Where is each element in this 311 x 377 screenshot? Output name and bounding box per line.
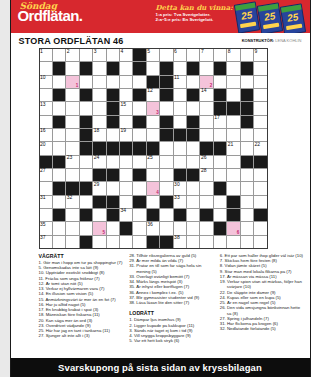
grid-cell[interactable]: [241, 49, 253, 61]
blocked-cell: [200, 209, 212, 221]
banner-text: Svarskupong på sista sidan av kryssbilag…: [58, 362, 262, 373]
grid-cell[interactable]: 25: [147, 156, 159, 168]
grid-cell[interactable]: [200, 62, 212, 74]
grid-cell[interactable]: 26: [200, 156, 212, 168]
grid-cell[interactable]: [66, 102, 78, 114]
puzzle-title: STORA ORDFLÄTAN 46: [19, 36, 124, 46]
grid-cell[interactable]: [93, 62, 105, 74]
blocked-cell: [53, 116, 65, 128]
blocked-cell: [133, 89, 145, 101]
masthead: Söndag Ordflätan. Detta kan du vinna: 1:…: [11, 0, 310, 33]
grid-cell[interactable]: [133, 222, 145, 234]
blocked-cell: [174, 169, 186, 181]
grid-cell[interactable]: [107, 236, 119, 248]
grid-cell[interactable]: [107, 182, 119, 194]
grid-cell[interactable]: [254, 236, 266, 248]
grid-cell[interactable]: [120, 89, 132, 101]
clue-number: 27: [40, 168, 46, 174]
grid-cell[interactable]: 32: [66, 196, 78, 208]
grid-cell[interactable]: [147, 62, 159, 74]
grid-cell[interactable]: [160, 142, 172, 154]
blocked-cell: [147, 142, 159, 154]
blocked-cell: [120, 222, 132, 234]
grid-cell[interactable]: 34: [120, 209, 132, 221]
grid-cell[interactable]: [53, 76, 65, 88]
grid-cell[interactable]: [254, 222, 266, 234]
grid-cell[interactable]: [107, 49, 119, 61]
grid-cell[interactable]: [66, 62, 78, 74]
grid-cell[interactable]: [53, 49, 65, 61]
blocked-cell: [40, 156, 52, 168]
grid-cell[interactable]: [93, 209, 105, 221]
grid-cell[interactable]: [160, 156, 172, 168]
grid-cell[interactable]: [160, 182, 172, 194]
clue-number: 33: [174, 195, 180, 201]
clue-number: 6: [174, 49, 177, 55]
grid-cell[interactable]: 38: [174, 236, 186, 248]
grid-cell[interactable]: [200, 102, 212, 114]
grid-cell[interactable]: [80, 102, 92, 114]
clue-number: 12: [147, 88, 153, 94]
grid-cell[interactable]: [214, 156, 226, 168]
blocked-cell: [53, 156, 65, 168]
blocked-cell: [120, 142, 132, 154]
clue-number: 35: [40, 222, 46, 228]
solution-letter-marker: 1: [76, 83, 79, 88]
clue-column-1: VÅGRÄTT 1. Gör man i hopp om tur på shop…: [39, 253, 125, 344]
grid-cell[interactable]: [80, 76, 92, 88]
grid-cell[interactable]: [214, 236, 226, 248]
grid-cell[interactable]: 27: [40, 169, 52, 181]
blocked-cell: [80, 142, 92, 154]
blocked-cell: [160, 129, 172, 141]
grid-cell[interactable]: [93, 76, 105, 88]
clue-item: 19. Verkar spion utan att märkas, följer…: [220, 279, 306, 289]
grid-cell[interactable]: 18: [93, 129, 105, 141]
grid-cell[interactable]: [133, 102, 145, 114]
blocked-cell: [241, 102, 253, 114]
grid-cell[interactable]: [214, 76, 226, 88]
grid-cell[interactable]: [227, 116, 239, 128]
prize-heading: Detta kan du vinna:: [156, 4, 241, 12]
grid-cell[interactable]: [120, 62, 132, 74]
grid-cell[interactable]: [93, 236, 105, 248]
grid-cell[interactable]: [241, 209, 253, 221]
grid-cell[interactable]: [40, 89, 52, 101]
clue-number: 9: [255, 49, 258, 55]
grid-cell[interactable]: 11: [174, 76, 186, 88]
grid-cell[interactable]: [200, 116, 212, 128]
grid-cell[interactable]: [107, 222, 119, 234]
grid-cell[interactable]: [227, 156, 239, 168]
grid-cell[interactable]: [53, 102, 65, 114]
grid-cell[interactable]: [241, 76, 253, 88]
blocked-cell: [107, 209, 119, 221]
grid-cell[interactable]: 21: [227, 142, 239, 154]
grid-cell[interactable]: [187, 156, 199, 168]
grid-cell[interactable]: 14: [200, 89, 212, 101]
grid-cell[interactable]: [254, 182, 266, 194]
grid-cell[interactable]: [107, 129, 119, 141]
grid-cell[interactable]: [133, 76, 145, 88]
grid-cell[interactable]: 36: [147, 222, 159, 234]
grid-cell[interactable]: [66, 209, 78, 221]
grid-cell[interactable]: [160, 222, 172, 234]
newspaper-page: Söndag Ordflätan. Detta kan du vinna: 1:…: [10, 0, 311, 377]
blocked-cell: [80, 129, 92, 141]
grid-cell[interactable]: [227, 89, 239, 101]
grid-cell[interactable]: [120, 236, 132, 248]
grid-cell[interactable]: [227, 182, 239, 194]
grid-cell[interactable]: [214, 196, 226, 208]
clue-number: 38: [174, 235, 180, 241]
grid-cell[interactable]: 4: [147, 182, 159, 194]
grid-cell[interactable]: [200, 236, 212, 248]
blocked-cell: [107, 196, 119, 208]
grid-cell[interactable]: 1: [66, 76, 78, 88]
blocked-cell: [80, 116, 92, 128]
grid-cell[interactable]: [133, 129, 145, 141]
grid-cell[interactable]: [120, 116, 132, 128]
clue-number: 4: [120, 49, 123, 55]
grid-cell[interactable]: 13: [40, 102, 52, 114]
grid-cell[interactable]: [93, 102, 105, 114]
solution-letter-marker: 5: [103, 230, 106, 235]
grid-cell[interactable]: [133, 182, 145, 194]
grid-cell[interactable]: 35: [40, 222, 52, 234]
grid-cell[interactable]: [174, 142, 186, 154]
grid-cell[interactable]: [66, 89, 78, 101]
blocked-cell: [93, 196, 105, 208]
grid-cell[interactable]: 6: [174, 49, 186, 61]
solution-letter-marker: 3: [156, 110, 159, 115]
blocked-cell: [147, 76, 159, 88]
grid-cell[interactable]: [133, 209, 145, 221]
grid-cell[interactable]: [200, 222, 212, 234]
grid-cell[interactable]: [120, 76, 132, 88]
grid-cell[interactable]: 12: [147, 89, 159, 101]
clue-number: 24: [94, 155, 100, 161]
clue-number: 37: [40, 235, 46, 241]
blocked-cell: [160, 116, 172, 128]
grid-cell[interactable]: [40, 182, 52, 194]
blocked-cell: [241, 116, 253, 128]
blocked-cell: [133, 142, 145, 154]
prize-line-2: 2:a–5:e pris: En Sverigelott.: [156, 17, 241, 22]
blocked-cell: [214, 222, 226, 234]
blocked-cell: [133, 62, 145, 74]
grid-cell[interactable]: [187, 102, 199, 114]
grid-cell[interactable]: [187, 209, 199, 221]
grid-cell[interactable]: [241, 236, 253, 248]
down-heading: LODRÄTT: [129, 310, 215, 316]
grid-cell[interactable]: 8: [227, 49, 239, 61]
grid-cell[interactable]: [133, 236, 145, 248]
grid-cell[interactable]: [254, 116, 266, 128]
grid-cell[interactable]: [187, 222, 199, 234]
blocked-cell: [160, 76, 172, 88]
blocked-cell: [200, 142, 212, 154]
grid-cell[interactable]: [241, 182, 253, 194]
blocked-cell: [53, 89, 65, 101]
grid-cell[interactable]: [93, 116, 105, 128]
blocked-cell: [107, 169, 119, 181]
grid-cell[interactable]: [107, 156, 119, 168]
grid-cell[interactable]: [120, 196, 132, 208]
blocked-cell: [187, 129, 199, 141]
blocked-cell: [241, 156, 253, 168]
blocked-cell: [214, 182, 226, 194]
grid-cell[interactable]: [174, 116, 186, 128]
grid-cell[interactable]: 2: [200, 76, 212, 88]
grid-cell[interactable]: [40, 116, 52, 128]
grid-cell[interactable]: 9: [254, 49, 266, 61]
blocked-cell: [107, 62, 119, 74]
grid-cell[interactable]: 33: [174, 196, 186, 208]
blocked-cell: [80, 236, 92, 248]
grid-cell[interactable]: [241, 169, 253, 181]
grid-cell[interactable]: 17: [214, 116, 226, 128]
grid-cell[interactable]: [227, 76, 239, 88]
grid-cell[interactable]: [80, 169, 92, 181]
clue-number: 19: [120, 128, 126, 134]
answer-coupon-banner: Svarskupong på sista sidan av kryssbilag…: [11, 358, 310, 377]
grid-cell[interactable]: [147, 116, 159, 128]
grid-cell[interactable]: [66, 169, 78, 181]
grid-cell[interactable]: [254, 169, 266, 181]
blocked-cell: [147, 236, 159, 248]
clue-item: 31. Pratar en till som får säga hela sin…: [129, 263, 215, 273]
clue-number: 3: [94, 49, 97, 55]
blocked-cell: [107, 142, 119, 154]
grid-cell[interactable]: [147, 129, 159, 141]
grid-cell[interactable]: [120, 182, 132, 194]
clue-number: 30: [174, 182, 180, 188]
blocked-cell: [187, 116, 199, 128]
grid-cell[interactable]: [80, 222, 92, 234]
grid-cell[interactable]: 6: [227, 222, 239, 234]
blocked-cell: [254, 209, 266, 221]
grid-cell[interactable]: 37: [40, 236, 52, 248]
grid-cell[interactable]: 20: [40, 142, 52, 154]
solution-letter-marker: 2: [210, 83, 213, 88]
lottery-tickets: 25 25 25: [234, 1, 306, 32]
blocked-cell: [187, 89, 199, 101]
grid-cell[interactable]: 31: [40, 196, 52, 208]
grid-cell[interactable]: [66, 142, 78, 154]
blocked-cell: [187, 169, 199, 181]
clue-number: 28: [201, 168, 207, 174]
clue-number: 31: [40, 195, 46, 201]
grid-cell[interactable]: 7: [200, 49, 212, 61]
solution-letter-marker: 6: [237, 230, 240, 235]
grid-cell[interactable]: [227, 236, 239, 248]
blocked-cell: [160, 62, 172, 74]
grid-cell[interactable]: 10: [40, 76, 52, 88]
grid-cell[interactable]: [214, 209, 226, 221]
grid-cell[interactable]: [187, 142, 199, 154]
grid-cell[interactable]: [241, 142, 253, 154]
grid-cell[interactable]: 5: [93, 222, 105, 234]
clue-number: 15: [120, 102, 126, 108]
grid-cell[interactable]: 1: [40, 49, 52, 61]
grid-cell[interactable]: [93, 89, 105, 101]
lottery-ticket-2: 25: [256, 2, 282, 34]
grid-cell[interactable]: 29: [93, 182, 105, 194]
grid-cell[interactable]: [53, 222, 65, 234]
blocked-cell: [107, 102, 119, 114]
grid-cell[interactable]: [200, 129, 212, 141]
grid-cell[interactable]: [227, 62, 239, 74]
clue-number: 5: [147, 49, 150, 55]
blocked-cell: [241, 89, 253, 101]
grid-cell[interactable]: [254, 196, 266, 208]
grid-cell[interactable]: [53, 129, 65, 141]
solution-letter-marker: 4: [156, 190, 159, 195]
grid-cell[interactable]: [120, 156, 132, 168]
blocked-cell: [80, 209, 92, 221]
grid-cell[interactable]: [66, 222, 78, 234]
crossword-grid[interactable]: 1234567891011121214131531716181920212223…: [39, 48, 268, 249]
clue-column-2: 28. Tillhör riksregalierna av guld (5)29…: [129, 253, 215, 344]
grid-cell[interactable]: [40, 62, 52, 74]
lottery-ticket-1: 25: [233, 1, 259, 33]
grid-cell[interactable]: [241, 129, 253, 141]
grid-cell[interactable]: 23: [66, 156, 78, 168]
grid-cell[interactable]: [187, 196, 199, 208]
grid-cell[interactable]: [254, 129, 266, 141]
grid-cell[interactable]: 3: [93, 49, 105, 61]
grid-cell[interactable]: 3: [147, 102, 159, 114]
clue-number: 32: [67, 195, 73, 201]
grid-cell[interactable]: [214, 169, 226, 181]
ordflatan-logo: Söndag Ordflätan.: [18, 2, 83, 23]
clue-number: 20: [40, 142, 46, 148]
grid-cell[interactable]: [174, 156, 186, 168]
grid-cell[interactable]: [214, 49, 226, 61]
clue-number: 36: [147, 222, 153, 228]
title-bar: STORA ORDFLÄTAN 46 KONSTRUKTÖR: LENA KÖH…: [11, 33, 310, 48]
blocked-cell: [80, 89, 92, 101]
clue-number: 34: [120, 208, 126, 214]
clue-item: 26. Den vida omsjungna bönkvinnan hette …: [220, 305, 306, 315]
blocked-cell: [214, 62, 226, 74]
grid-cell[interactable]: [147, 169, 159, 181]
clue-column-3: 6. Ett par som håller ihop glider väl is…: [220, 253, 306, 344]
grid-cell[interactable]: [187, 182, 199, 194]
grid-cell[interactable]: [160, 102, 172, 114]
clue-section: VÅGRÄTT 1. Gör man i hopp om tur på shop…: [39, 253, 306, 344]
grid-cell[interactable]: [80, 49, 92, 61]
blocked-cell: [53, 182, 65, 194]
grid-cell[interactable]: [174, 62, 186, 74]
blocked-cell: [214, 89, 226, 101]
blocked-cell: [214, 142, 226, 154]
grid-cell[interactable]: [187, 49, 199, 61]
grid-cell[interactable]: [200, 182, 212, 194]
constructor-credit: KONSTRUKTÖR: LENA KÖHLIN: [242, 38, 302, 43]
grid-cell[interactable]: [120, 169, 132, 181]
grid-cell[interactable]: [254, 102, 266, 114]
grid-cell[interactable]: [53, 196, 65, 208]
clue-number: 13: [40, 102, 46, 108]
grid-cell[interactable]: [227, 129, 239, 141]
grid-cell[interactable]: 30: [174, 182, 186, 194]
clue-number: 21: [228, 142, 234, 148]
grid-cell[interactable]: [133, 156, 145, 168]
across-heading: VÅGRÄTT: [39, 253, 125, 259]
grid-cell[interactable]: [160, 49, 172, 61]
grid-cell[interactable]: 16: [40, 129, 52, 141]
grid-cell[interactable]: 15: [120, 102, 132, 114]
grid-cell[interactable]: [254, 89, 266, 101]
clue-number: 10: [40, 75, 46, 81]
grid-cell[interactable]: 4: [120, 49, 132, 61]
grid-cell[interactable]: [254, 76, 266, 88]
grid-cell[interactable]: [174, 89, 186, 101]
grid-cell[interactable]: [174, 102, 186, 114]
clue-number: 17: [214, 115, 220, 121]
grid-cell[interactable]: [147, 196, 159, 208]
clue-number: 22: [255, 142, 261, 148]
grid-cell[interactable]: [254, 62, 266, 74]
blocked-cell: [133, 169, 145, 181]
clue-number: 18: [94, 128, 100, 134]
grid-cell[interactable]: [160, 209, 172, 221]
clue-number: 8: [228, 49, 231, 55]
grid-cell[interactable]: [53, 169, 65, 181]
grid-cell[interactable]: 5: [147, 49, 159, 61]
grid-cell[interactable]: [40, 209, 52, 221]
grid-cell[interactable]: 24: [93, 156, 105, 168]
grid-cell[interactable]: [227, 169, 239, 181]
logo-ordflatan-text: Ordflätan.: [18, 8, 83, 23]
grid-cell[interactable]: [214, 129, 226, 141]
grid-cell[interactable]: [80, 196, 92, 208]
blocked-cell: [214, 102, 226, 114]
grid-cell[interactable]: [53, 236, 65, 248]
grid-cell[interactable]: [200, 196, 212, 208]
grid-cell[interactable]: [187, 76, 199, 88]
grid-cell[interactable]: 28: [200, 169, 212, 181]
blocked-cell: [93, 142, 105, 154]
grid-cell[interactable]: [107, 76, 119, 88]
blocked-cell: [107, 89, 119, 101]
blocked-cell: [254, 156, 266, 168]
grid-cell[interactable]: [66, 129, 78, 141]
grid-cell[interactable]: [187, 236, 199, 248]
grid-cell[interactable]: [241, 222, 253, 234]
clue-number: 1: [40, 49, 43, 55]
grid-cell[interactable]: [66, 116, 78, 128]
blocked-cell: [53, 209, 65, 221]
grid-cell[interactable]: 2: [66, 49, 78, 61]
blocked-cell: [174, 209, 186, 221]
grid-cell[interactable]: 22: [254, 142, 266, 154]
grid-cell[interactable]: [53, 142, 65, 154]
blocked-cell: [160, 196, 172, 208]
clue-item: 32. Nedlåtande förlåtande (5): [220, 326, 306, 331]
grid-cell[interactable]: [66, 236, 78, 248]
grid-cell[interactable]: [80, 156, 92, 168]
grid-cell[interactable]: 19: [120, 129, 132, 141]
grid-cell[interactable]: [174, 222, 186, 234]
grid-cell[interactable]: [160, 169, 172, 181]
clue-item: 27. Sjunger alt inte allt i (3): [39, 333, 125, 338]
grid-cell[interactable]: [241, 196, 253, 208]
blocked-cell: [133, 196, 145, 208]
constructor-name: LENA KÖHLIN: [275, 38, 301, 43]
